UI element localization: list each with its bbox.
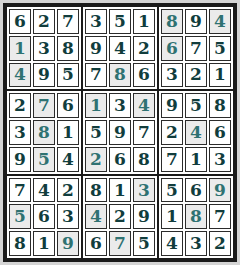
cell-r5c8[interactable]: 4 (185, 120, 207, 145)
cell-r1c2[interactable]: 2 (33, 9, 55, 34)
cell-r9c1[interactable]: 8 (9, 231, 31, 256)
cell-r3c5[interactable]: 8 (109, 63, 131, 88)
cell-r9c5[interactable]: 7 (109, 231, 131, 256)
cell-r4c8[interactable]: 5 (185, 93, 207, 118)
cell-r7c8[interactable]: 6 (185, 178, 207, 203)
cell-r3c3[interactable]: 5 (57, 63, 79, 88)
box-2: 351942786 (82, 6, 158, 90)
cell-r5c1[interactable]: 3 (9, 120, 31, 145)
cell-r5c9[interactable]: 6 (209, 120, 231, 145)
cell-r4c1[interactable]: 2 (9, 93, 31, 118)
cell-r2c8[interactable]: 7 (185, 36, 207, 61)
box-9: 569187432 (158, 175, 234, 259)
box-1: 627138495 (6, 6, 82, 90)
cell-r1c3[interactable]: 7 (57, 9, 79, 34)
cell-r6c1[interactable]: 9 (9, 147, 31, 172)
box-8: 813429675 (82, 175, 158, 259)
cell-r9c7[interactable]: 4 (161, 231, 183, 256)
cell-r9c4[interactable]: 6 (85, 231, 107, 256)
cell-r3c4[interactable]: 7 (85, 63, 107, 88)
cell-r2c7[interactable]: 6 (161, 36, 183, 61)
cell-r4c5[interactable]: 3 (109, 93, 131, 118)
cell-r1c4[interactable]: 3 (85, 9, 107, 34)
cell-r1c8[interactable]: 9 (185, 9, 207, 34)
cell-r8c7[interactable]: 1 (161, 204, 183, 229)
cell-r8c8[interactable]: 8 (185, 204, 207, 229)
cell-r1c7[interactable]: 8 (161, 9, 183, 34)
cell-r1c6[interactable]: 1 (133, 9, 155, 34)
cell-r7c6[interactable]: 3 (133, 178, 155, 203)
cell-r5c7[interactable]: 2 (161, 120, 183, 145)
cell-r1c5[interactable]: 5 (109, 9, 131, 34)
cell-r6c6[interactable]: 8 (133, 147, 155, 172)
cell-r1c1[interactable]: 6 (9, 9, 31, 34)
cell-r7c7[interactable]: 5 (161, 178, 183, 203)
cell-r2c5[interactable]: 4 (109, 36, 131, 61)
cell-r8c5[interactable]: 2 (109, 204, 131, 229)
cell-r8c6[interactable]: 9 (133, 204, 155, 229)
cell-r1c9[interactable]: 4 (209, 9, 231, 34)
cell-r2c3[interactable]: 8 (57, 36, 79, 61)
cell-r5c6[interactable]: 7 (133, 120, 155, 145)
cell-r4c3[interactable]: 6 (57, 93, 79, 118)
cell-r9c9[interactable]: 2 (209, 231, 231, 256)
cell-r6c3[interactable]: 4 (57, 147, 79, 172)
box-4: 276381954 (6, 90, 82, 174)
cell-r7c9[interactable]: 9 (209, 178, 231, 203)
cell-r4c7[interactable]: 9 (161, 93, 183, 118)
cell-r2c6[interactable]: 2 (133, 36, 155, 61)
cell-r8c3[interactable]: 3 (57, 204, 79, 229)
cell-r9c8[interactable]: 3 (185, 231, 207, 256)
cell-r9c2[interactable]: 1 (33, 231, 55, 256)
cell-r7c4[interactable]: 8 (85, 178, 107, 203)
cell-r5c3[interactable]: 1 (57, 120, 79, 145)
cell-r7c3[interactable]: 2 (57, 178, 79, 203)
cell-r3c6[interactable]: 6 (133, 63, 155, 88)
cell-r4c9[interactable]: 8 (209, 93, 231, 118)
cell-r6c2[interactable]: 5 (33, 147, 55, 172)
box-5: 134597268 (82, 90, 158, 174)
cell-r3c8[interactable]: 2 (185, 63, 207, 88)
cell-r3c9[interactable]: 1 (209, 63, 231, 88)
cell-r3c1[interactable]: 4 (9, 63, 31, 88)
cell-r2c4[interactable]: 9 (85, 36, 107, 61)
cell-r6c9[interactable]: 3 (209, 147, 231, 172)
box-3: 894675321 (158, 6, 234, 90)
cell-r3c2[interactable]: 9 (33, 63, 55, 88)
cell-r3c7[interactable]: 3 (161, 63, 183, 88)
cell-r9c3[interactable]: 9 (57, 231, 79, 256)
cell-r2c2[interactable]: 3 (33, 36, 55, 61)
cell-r4c4[interactable]: 1 (85, 93, 107, 118)
cell-r2c9[interactable]: 5 (209, 36, 231, 61)
cell-r8c1[interactable]: 5 (9, 204, 31, 229)
cell-r4c6[interactable]: 4 (133, 93, 155, 118)
cell-r6c5[interactable]: 6 (109, 147, 131, 172)
cell-r8c4[interactable]: 4 (85, 204, 107, 229)
cell-r4c2[interactable]: 7 (33, 93, 55, 118)
box-7: 742563819 (6, 175, 82, 259)
cell-r5c5[interactable]: 9 (109, 120, 131, 145)
box-6: 958246713 (158, 90, 234, 174)
cell-r6c4[interactable]: 2 (85, 147, 107, 172)
cell-r6c7[interactable]: 7 (161, 147, 183, 172)
cell-r7c2[interactable]: 4 (33, 178, 55, 203)
cell-r8c9[interactable]: 7 (209, 204, 231, 229)
cell-r5c2[interactable]: 8 (33, 120, 55, 145)
cell-r9c6[interactable]: 5 (133, 231, 155, 256)
cell-r7c5[interactable]: 1 (109, 178, 131, 203)
cell-r6c8[interactable]: 1 (185, 147, 207, 172)
sudoku-board: 6271384953519427868946753212763819541345… (3, 3, 237, 262)
cell-r5c4[interactable]: 5 (85, 120, 107, 145)
cell-r7c1[interactable]: 7 (9, 178, 31, 203)
cell-r2c1[interactable]: 1 (9, 36, 31, 61)
cell-r8c2[interactable]: 6 (33, 204, 55, 229)
